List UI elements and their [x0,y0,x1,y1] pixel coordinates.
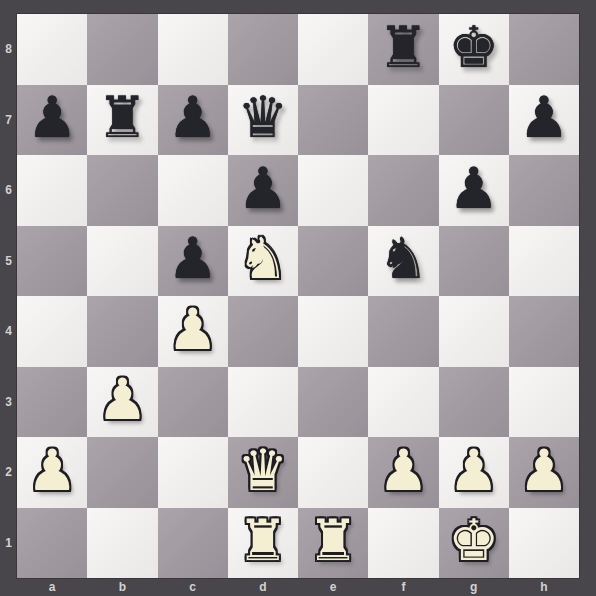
rank-labels: 87654321 [0,14,17,578]
black-pawn-c7: ♟ [167,89,218,146]
square-a8[interactable] [17,14,87,85]
square-h4[interactable] [509,296,579,367]
square-c5[interactable]: ♟ [158,226,228,297]
square-c6[interactable] [158,155,228,226]
black-pawn-a7: ♟ [27,89,78,146]
white-rook-d1: ♜ [237,512,288,569]
square-h7[interactable]: ♟ [509,85,579,156]
square-f5[interactable]: ♞ [368,226,438,297]
rank-label-2: 2 [0,437,17,508]
square-b7[interactable]: ♜ [87,85,157,156]
square-e5[interactable] [298,226,368,297]
black-queen-d7: ♛ [237,89,288,146]
square-d5[interactable]: ♞ [228,226,298,297]
square-h5[interactable] [509,226,579,297]
square-c2[interactable] [158,437,228,508]
square-b1[interactable] [87,508,157,579]
file-label-a: a [17,578,87,596]
white-pawn-b3: ♟ [97,371,148,428]
square-b6[interactable] [87,155,157,226]
square-e8[interactable] [298,14,368,85]
square-c3[interactable] [158,367,228,438]
square-f3[interactable] [368,367,438,438]
chess-board: ♜♚♟♜♟♛♟♟♟♟♞♞♟♟♟♛♟♟♟♜♜♚ [17,14,579,578]
file-label-b: b [87,578,157,596]
white-pawn-g2: ♟ [448,442,499,499]
square-b3[interactable]: ♟ [87,367,157,438]
rank-label-6: 6 [0,155,17,226]
square-f6[interactable] [368,155,438,226]
black-pawn-c5: ♟ [167,230,218,287]
white-pawn-h2: ♟ [518,442,569,499]
file-labels: abcdefgh [17,578,579,596]
square-e3[interactable] [298,367,368,438]
square-a6[interactable] [17,155,87,226]
white-pawn-f2: ♟ [378,442,429,499]
black-rook-b7: ♜ [97,89,148,146]
square-a2[interactable]: ♟ [17,437,87,508]
black-pawn-g6: ♟ [448,160,499,217]
square-d7[interactable]: ♛ [228,85,298,156]
square-c8[interactable] [158,14,228,85]
square-e6[interactable] [298,155,368,226]
square-h3[interactable] [509,367,579,438]
square-f4[interactable] [368,296,438,367]
square-d3[interactable] [228,367,298,438]
square-a3[interactable] [17,367,87,438]
square-d8[interactable] [228,14,298,85]
rank-label-8: 8 [0,14,17,85]
black-pawn-h7: ♟ [518,89,569,146]
square-f1[interactable] [368,508,438,579]
file-label-e: e [298,578,368,596]
square-h8[interactable] [509,14,579,85]
square-e4[interactable] [298,296,368,367]
square-d6[interactable]: ♟ [228,155,298,226]
square-d4[interactable] [228,296,298,367]
square-g7[interactable] [439,85,509,156]
white-king-g1: ♚ [448,512,499,569]
square-d1[interactable]: ♜ [228,508,298,579]
black-knight-f5: ♞ [378,230,429,287]
square-e1[interactable]: ♜ [298,508,368,579]
file-label-g: g [439,578,509,596]
file-label-h: h [509,578,579,596]
square-c4[interactable]: ♟ [158,296,228,367]
black-rook-f8: ♜ [378,19,429,76]
square-a5[interactable] [17,226,87,297]
square-h6[interactable] [509,155,579,226]
square-g5[interactable] [439,226,509,297]
file-label-d: d [228,578,298,596]
square-a7[interactable]: ♟ [17,85,87,156]
file-label-f: f [368,578,438,596]
black-king-g8: ♚ [448,19,499,76]
square-g2[interactable]: ♟ [439,437,509,508]
white-knight-d5: ♞ [237,230,288,287]
square-f8[interactable]: ♜ [368,14,438,85]
square-a1[interactable] [17,508,87,579]
square-f2[interactable]: ♟ [368,437,438,508]
square-b2[interactable] [87,437,157,508]
square-b8[interactable] [87,14,157,85]
chess-board-frame: 87654321 abcdefgh ♜♚♟♜♟♛♟♟♟♟♞♞♟♟♟♛♟♟♟♜♜♚ [0,0,596,596]
square-e2[interactable] [298,437,368,508]
rank-label-1: 1 [0,508,17,579]
square-c1[interactable] [158,508,228,579]
square-g4[interactable] [439,296,509,367]
square-d2[interactable]: ♛ [228,437,298,508]
white-pawn-c4: ♟ [167,301,218,358]
square-e7[interactable] [298,85,368,156]
black-pawn-d6: ♟ [237,160,288,217]
square-b5[interactable] [87,226,157,297]
square-a4[interactable] [17,296,87,367]
square-h1[interactable] [509,508,579,579]
square-b4[interactable] [87,296,157,367]
square-f7[interactable] [368,85,438,156]
white-rook-e1: ♜ [308,512,359,569]
square-g1[interactable]: ♚ [439,508,509,579]
rank-label-3: 3 [0,367,17,438]
white-queen-d2: ♛ [237,442,288,499]
square-h2[interactable]: ♟ [509,437,579,508]
square-g6[interactable]: ♟ [439,155,509,226]
square-g3[interactable] [439,367,509,438]
square-g8[interactable]: ♚ [439,14,509,85]
file-label-c: c [158,578,228,596]
white-pawn-a2: ♟ [27,442,78,499]
rank-label-7: 7 [0,85,17,156]
rank-label-5: 5 [0,226,17,297]
rank-label-4: 4 [0,296,17,367]
square-c7[interactable]: ♟ [158,85,228,156]
